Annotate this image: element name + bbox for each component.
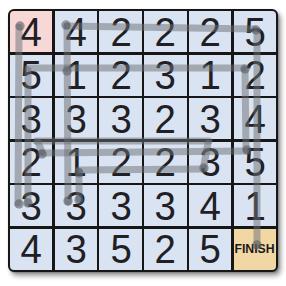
cell-number: 5: [110, 229, 131, 269]
cell-number: 3: [199, 142, 220, 182]
cell-number: 3: [20, 186, 41, 226]
cell-r1c4[interactable]: 2: [144, 11, 186, 52]
cell-number: 5: [199, 229, 220, 269]
cell-number: 4: [199, 186, 220, 226]
cell-r2c5[interactable]: 1: [189, 55, 231, 96]
cell-r1c2[interactable]: 4: [55, 11, 97, 52]
cell-r5c6[interactable]: 1: [234, 185, 276, 226]
cell-number: 3: [110, 186, 131, 226]
cell-r2c1[interactable]: 5: [10, 55, 52, 96]
cell-number: 5: [244, 12, 265, 52]
finish-label: FINISH: [235, 243, 275, 256]
cell-r4c1[interactable]: 2: [10, 142, 52, 183]
cell-r4c5[interactable]: 3: [189, 142, 231, 183]
page: { "game": "number-maze-jump-puzzle", "bo…: [0, 0, 286, 286]
cell-r1c3[interactable]: 2: [99, 11, 141, 52]
cell-number: 3: [20, 99, 41, 139]
cell-number: 2: [110, 55, 131, 95]
cell-r5c4[interactable]: 3: [144, 185, 186, 226]
cell-number: 2: [110, 142, 131, 182]
cell-number: 2: [110, 12, 131, 52]
cell-r4c2[interactable]: 1: [55, 142, 97, 183]
cell-r5c2[interactable]: 3: [55, 185, 97, 226]
cell-r3c6[interactable]: 4: [234, 98, 276, 139]
cell-number: 1: [244, 186, 265, 226]
cell-number: 1: [199, 55, 220, 95]
cell-r3c4[interactable]: 2: [144, 98, 186, 139]
cell-number: 3: [155, 186, 176, 226]
cell-r6c2[interactable]: 3: [55, 229, 97, 270]
cell-number: 3: [65, 186, 86, 226]
cell-number: 5: [244, 142, 265, 182]
cell-number: 3: [199, 99, 220, 139]
cell-number: 3: [65, 99, 86, 139]
cell-r4c3[interactable]: 2: [99, 142, 141, 183]
cell-r2c4[interactable]: 3: [144, 55, 186, 96]
cell-number: 2: [155, 229, 176, 269]
cell-r1c5[interactable]: 2: [189, 11, 231, 52]
cell-number: 4: [20, 229, 41, 269]
cell-r6c3[interactable]: 5: [99, 229, 141, 270]
cell-r5c1[interactable]: 3: [10, 185, 52, 226]
cell-r6c6[interactable]: FINISH: [234, 229, 276, 270]
cell-r4c6[interactable]: 5: [234, 142, 276, 183]
cell-number: 3: [110, 99, 131, 139]
cell-r6c5[interactable]: 5: [189, 229, 231, 270]
cell-number: 2: [155, 99, 176, 139]
cell-r5c3[interactable]: 3: [99, 185, 141, 226]
cell-r1c1[interactable]: 4: [10, 11, 52, 52]
cell-number: 1: [65, 142, 86, 182]
cell-number: 4: [65, 12, 86, 52]
cell-number: 2: [20, 142, 41, 182]
cell-r6c1[interactable]: 4: [10, 229, 52, 270]
cell-r3c2[interactable]: 3: [55, 98, 97, 139]
cell-number: 3: [155, 55, 176, 95]
cell-r2c2[interactable]: 1: [55, 55, 97, 96]
cell-number: 2: [155, 142, 176, 182]
cell-r3c3[interactable]: 3: [99, 98, 141, 139]
cell-r3c5[interactable]: 3: [189, 98, 231, 139]
puzzle-board: 44222551231233323421223533334143525FINIS…: [8, 9, 278, 272]
cell-r1c6[interactable]: 5: [234, 11, 276, 52]
cell-number: 2: [199, 12, 220, 52]
cell-number: 4: [244, 99, 265, 139]
cell-number: 1: [65, 55, 86, 95]
cell-r4c4[interactable]: 2: [144, 142, 186, 183]
cell-r2c3[interactable]: 2: [99, 55, 141, 96]
cell-r6c4[interactable]: 2: [144, 229, 186, 270]
cell-r5c5[interactable]: 4: [189, 185, 231, 226]
cell-number: 5: [20, 55, 41, 95]
cell-number: 2: [155, 12, 176, 52]
cell-r2c6[interactable]: 2: [234, 55, 276, 96]
cell-number: 3: [65, 229, 86, 269]
cell-number: 2: [244, 55, 265, 95]
cell-number: 4: [20, 12, 41, 52]
cell-r3c1[interactable]: 3: [10, 98, 52, 139]
